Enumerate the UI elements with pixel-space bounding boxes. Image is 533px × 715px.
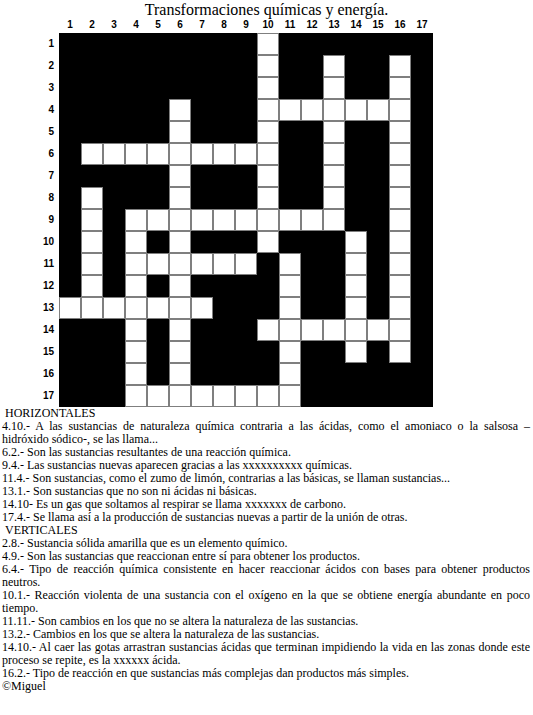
cell-r10c17	[411, 231, 433, 253]
cell-r15c11[interactable]	[279, 341, 301, 363]
cell-r5c3	[103, 121, 125, 143]
row-label-6: 6	[30, 143, 54, 165]
cell-r2c9	[235, 55, 257, 77]
cell-r1c1	[59, 33, 81, 55]
cell-r8c2[interactable]	[81, 187, 103, 209]
cell-r14c17	[411, 319, 433, 341]
cell-r6c16[interactable]	[389, 143, 411, 165]
cell-r12c7	[191, 275, 213, 297]
cell-r10c8	[213, 231, 235, 253]
horizontal-clue-17-4: 17.4.- Se llama así a la producción de s…	[2, 511, 530, 524]
cell-r6c3[interactable]	[103, 143, 125, 165]
cell-r11c5[interactable]	[147, 253, 169, 275]
cell-r16c1	[59, 363, 81, 385]
cell-r16c5	[147, 363, 169, 385]
cell-r10c7	[191, 231, 213, 253]
cell-r17c6[interactable]	[169, 385, 191, 407]
cell-r13c4[interactable]	[125, 297, 147, 319]
cell-r1c4	[125, 33, 147, 55]
cell-r1c14	[345, 33, 367, 55]
row-label-7: 7	[30, 165, 54, 187]
cell-r1c16	[389, 33, 411, 55]
cell-r14c15[interactable]	[367, 319, 389, 341]
cell-r3c4	[125, 77, 147, 99]
cell-r6c14	[345, 143, 367, 165]
cell-r2c13[interactable]	[323, 55, 345, 77]
cell-r14c2	[81, 319, 103, 341]
cell-r2c7	[191, 55, 213, 77]
cell-r7c15	[367, 165, 389, 187]
cell-r4c6[interactable]	[169, 99, 191, 121]
cell-r1c10[interactable]	[257, 33, 279, 55]
cell-r3c11	[279, 77, 301, 99]
row-label-2: 2	[30, 55, 54, 77]
cell-r12c8	[213, 275, 235, 297]
footer-credit: ©Miguel	[2, 680, 530, 693]
cell-r10c5	[147, 231, 169, 253]
cell-r15c15	[367, 341, 389, 363]
cell-r10c4[interactable]	[125, 231, 147, 253]
cell-r8c14	[345, 187, 367, 209]
cell-r11c16[interactable]	[389, 253, 411, 275]
cell-r9c14	[345, 209, 367, 231]
cell-r13c13	[323, 297, 345, 319]
vertical-clue-14-10: 14.10.- Al caer las gotas arrastran sust…	[2, 641, 530, 667]
cell-r8c17	[411, 187, 433, 209]
cell-r13c9	[235, 297, 257, 319]
cell-r17c17	[411, 385, 433, 407]
col-label-7: 7	[191, 19, 213, 30]
cell-r16c3	[103, 363, 125, 385]
cell-r5c2	[81, 121, 103, 143]
cell-r5c17	[411, 121, 433, 143]
cell-r15c10	[257, 341, 279, 363]
cell-r9c16[interactable]	[389, 209, 411, 231]
cell-r10c10[interactable]	[257, 231, 279, 253]
col-label-14: 14	[345, 19, 367, 30]
cell-r4c7	[191, 99, 213, 121]
cell-r11c1	[59, 253, 81, 275]
cell-r12c14[interactable]	[345, 275, 367, 297]
cell-r7c13[interactable]	[323, 165, 345, 187]
cell-r17c10[interactable]	[257, 385, 279, 407]
cell-r11c6[interactable]	[169, 253, 191, 275]
cell-r6c5[interactable]	[147, 143, 169, 165]
vertical-clues: 2.8.- Sustancia sólida amarilla que es u…	[2, 537, 530, 680]
cell-r11c11[interactable]	[279, 253, 301, 275]
cell-r6c10[interactable]	[257, 143, 279, 165]
cell-r4c8	[213, 99, 235, 121]
cell-r16c17	[411, 363, 433, 385]
cell-r15c14[interactable]	[345, 341, 367, 363]
cell-r8c10[interactable]	[257, 187, 279, 209]
cell-r7c8	[213, 165, 235, 187]
row-label-13: 13	[30, 297, 54, 319]
cell-r17c14	[345, 385, 367, 407]
cell-r11c8[interactable]	[213, 253, 235, 275]
cell-r15c17	[411, 341, 433, 363]
cell-r9c10[interactable]	[257, 209, 279, 231]
cell-r12c5	[147, 275, 169, 297]
cell-r2c10[interactable]	[257, 55, 279, 77]
cell-r9c2[interactable]	[81, 209, 103, 231]
cell-r7c16[interactable]	[389, 165, 411, 187]
col-label-17: 17	[411, 19, 433, 30]
cell-r14c4[interactable]	[125, 319, 147, 341]
cell-r16c9	[235, 363, 257, 385]
row-label-8: 8	[30, 187, 54, 209]
cell-r9c6[interactable]	[169, 209, 191, 231]
cell-r8c16[interactable]	[389, 187, 411, 209]
cell-r1c2	[81, 33, 103, 55]
cell-r9c5[interactable]	[147, 209, 169, 231]
cell-r3c13[interactable]	[323, 77, 345, 99]
cell-r13c11[interactable]	[279, 297, 301, 319]
cell-r14c5	[147, 319, 169, 341]
cell-r1c17	[411, 33, 433, 55]
cell-r11c4[interactable]	[125, 253, 147, 275]
cell-r14c13[interactable]	[323, 319, 345, 341]
row-label-12: 12	[30, 275, 54, 297]
cell-r6c1	[59, 143, 81, 165]
cell-r7c4	[125, 165, 147, 187]
row-label-11: 11	[30, 253, 54, 275]
cell-r12c16[interactable]	[389, 275, 411, 297]
cell-r4c10[interactable]	[257, 99, 279, 121]
row-label-17: 17	[30, 385, 54, 407]
cell-r15c5	[147, 341, 169, 363]
row-label-9: 9	[30, 209, 54, 231]
cell-r1c11	[279, 33, 301, 55]
cell-r10c3	[103, 231, 125, 253]
cell-r8c15	[367, 187, 389, 209]
cell-r16c4[interactable]	[125, 363, 147, 385]
cell-r16c13	[323, 363, 345, 385]
row-label-14: 14	[30, 319, 54, 341]
cell-r9c13[interactable]	[323, 209, 345, 231]
row-label-15: 15	[30, 341, 54, 363]
cell-r2c6	[169, 55, 191, 77]
cell-r14c1	[59, 319, 81, 341]
cell-r3c15	[367, 77, 389, 99]
cell-r5c4	[125, 121, 147, 143]
cell-r10c13	[323, 231, 345, 253]
cell-r12c11[interactable]	[279, 275, 301, 297]
cell-r10c16[interactable]	[389, 231, 411, 253]
row-label-16: 16	[30, 363, 54, 385]
cell-r12c9	[235, 275, 257, 297]
cell-r10c9	[235, 231, 257, 253]
cell-r10c12	[301, 231, 323, 253]
cell-r17c11[interactable]	[279, 385, 301, 407]
cell-r5c16[interactable]	[389, 121, 411, 143]
cell-r13c1[interactable]	[59, 297, 81, 319]
cell-r8c1	[59, 187, 81, 209]
cell-r1c13	[323, 33, 345, 55]
cell-r10c1	[59, 231, 81, 253]
cell-r2c14	[345, 55, 367, 77]
vertical-clue-6-4: 6.4.- Tipo de reacción química consisten…	[2, 563, 530, 589]
cell-r15c2	[81, 341, 103, 363]
cell-r14c14[interactable]	[345, 319, 367, 341]
cell-r13c16[interactable]	[389, 297, 411, 319]
row-labels: 1234567891011121314151617	[30, 33, 54, 407]
cell-r6c13[interactable]	[323, 143, 345, 165]
cell-r5c11	[279, 121, 301, 143]
vertical-clue-10-1: 10.1.- Reacción violenta de una sustanci…	[2, 589, 530, 615]
cell-r4c9	[235, 99, 257, 121]
cell-r4c12[interactable]	[301, 99, 323, 121]
cell-r2c4	[125, 55, 147, 77]
cell-r16c15	[367, 363, 389, 385]
cell-r5c10[interactable]	[257, 121, 279, 143]
cell-r14c10[interactable]	[257, 319, 279, 341]
cell-r10c15	[367, 231, 389, 253]
cell-r5c8	[213, 121, 235, 143]
cell-r3c10[interactable]	[257, 77, 279, 99]
cell-r1c8	[213, 33, 235, 55]
col-label-3: 3	[103, 19, 125, 30]
col-label-11: 11	[279, 19, 301, 30]
cell-r4c3	[103, 99, 125, 121]
cell-r16c7	[191, 363, 213, 385]
cell-r7c10[interactable]	[257, 165, 279, 187]
cell-r8c12	[301, 187, 323, 209]
cell-r7c17	[411, 165, 433, 187]
cell-r7c7	[191, 165, 213, 187]
cell-r10c11	[279, 231, 301, 253]
cell-r13c7[interactable]	[191, 297, 213, 319]
col-label-6: 6	[169, 19, 191, 30]
cell-r12c10	[257, 275, 279, 297]
cell-r14c16[interactable]	[389, 319, 411, 341]
cell-r1c6	[169, 33, 191, 55]
row-label-5: 5	[30, 121, 54, 143]
horizontal-clues: 4.10.- A las sustancias de naturaleza qu…	[2, 420, 530, 524]
cell-r16c11[interactable]	[279, 363, 301, 385]
cell-r2c15	[367, 55, 389, 77]
col-label-8: 8	[213, 19, 235, 30]
cell-r11c2[interactable]	[81, 253, 103, 275]
cell-r13c6[interactable]	[169, 297, 191, 319]
cell-r3c1	[59, 77, 81, 99]
cell-r15c12	[301, 341, 323, 363]
cell-r13c2[interactable]	[81, 297, 103, 319]
cell-r7c9	[235, 165, 257, 187]
cell-r17c15	[367, 385, 389, 407]
cell-r11c13	[323, 253, 345, 275]
cell-r17c4[interactable]	[125, 385, 147, 407]
cell-r3c9	[235, 77, 257, 99]
col-label-4: 4	[125, 19, 147, 30]
cell-r6c4[interactable]	[125, 143, 147, 165]
cell-r2c1	[59, 55, 81, 77]
cell-r13c14[interactable]	[345, 297, 367, 319]
row-label-10: 10	[30, 231, 54, 253]
cell-r1c12	[301, 33, 323, 55]
cell-r9c4[interactable]	[125, 209, 147, 231]
cell-r9c1	[59, 209, 81, 231]
cell-r3c2	[81, 77, 103, 99]
col-label-13: 13	[323, 19, 345, 30]
cell-r4c1	[59, 99, 81, 121]
cell-r15c1	[59, 341, 81, 363]
cell-r2c8	[213, 55, 235, 77]
cell-r17c2	[81, 385, 103, 407]
cell-r15c9	[235, 341, 257, 363]
row-label-3: 3	[30, 77, 54, 99]
cell-r9c15	[367, 209, 389, 231]
cell-r13c17	[411, 297, 433, 319]
cell-r5c6[interactable]	[169, 121, 191, 143]
cell-r6c7[interactable]	[191, 143, 213, 165]
cell-r5c5	[147, 121, 169, 143]
cell-r6c9[interactable]	[235, 143, 257, 165]
col-label-16: 16	[389, 19, 411, 30]
cell-r6c17	[411, 143, 433, 165]
cell-r13c3[interactable]	[103, 297, 125, 319]
cell-r4c17	[411, 99, 433, 121]
cell-r13c8	[213, 297, 235, 319]
clues-section: HORIZONTALES 4.10.- A las sustancias de …	[2, 407, 530, 693]
cell-r13c5[interactable]	[147, 297, 169, 319]
cell-r7c3	[103, 165, 125, 187]
cell-r7c2	[81, 165, 103, 187]
col-label-2: 2	[81, 19, 103, 30]
cell-r8c8	[213, 187, 235, 209]
cell-r2c12	[301, 55, 323, 77]
cell-r12c2[interactable]	[81, 275, 103, 297]
cell-r15c6[interactable]	[169, 341, 191, 363]
cell-r12c1	[59, 275, 81, 297]
cell-r12c6[interactable]	[169, 275, 191, 297]
cell-r11c3	[103, 253, 125, 275]
cell-r9c12[interactable]	[301, 209, 323, 231]
cell-r3c3	[103, 77, 125, 99]
cell-r7c11	[279, 165, 301, 187]
col-label-15: 15	[367, 19, 389, 30]
cell-r4c14[interactable]	[345, 99, 367, 121]
cell-r3c6	[169, 77, 191, 99]
cell-r1c3	[103, 33, 125, 55]
cell-r1c7	[191, 33, 213, 55]
cell-r16c14	[345, 363, 367, 385]
cell-r8c13[interactable]	[323, 187, 345, 209]
cell-r9c8[interactable]	[213, 209, 235, 231]
cell-r14c3	[103, 319, 125, 341]
cell-r13c10	[257, 297, 279, 319]
cell-r7c12	[301, 165, 323, 187]
cell-r14c9	[235, 319, 257, 341]
cell-r4c16[interactable]	[389, 99, 411, 121]
cell-r16c6[interactable]	[169, 363, 191, 385]
cell-r4c5	[147, 99, 169, 121]
cell-r11c15	[367, 253, 389, 275]
cell-r17c7[interactable]	[191, 385, 213, 407]
cell-r9c17	[411, 209, 433, 231]
cell-r8c4	[125, 187, 147, 209]
cell-r4c13[interactable]	[323, 99, 345, 121]
cell-r6c8[interactable]	[213, 143, 235, 165]
cell-r17c12	[301, 385, 323, 407]
cell-r15c8	[213, 341, 235, 363]
cell-r16c10	[257, 363, 279, 385]
cell-r11c10	[257, 253, 279, 275]
cell-r12c3	[103, 275, 125, 297]
cell-r6c11	[279, 143, 301, 165]
cell-r10c2[interactable]	[81, 231, 103, 253]
cell-r16c2	[81, 363, 103, 385]
cell-r2c16[interactable]	[389, 55, 411, 77]
cell-r5c9	[235, 121, 257, 143]
cell-r17c13	[323, 385, 345, 407]
cell-r9c3	[103, 209, 125, 231]
cell-r11c17	[411, 253, 433, 275]
col-label-12: 12	[301, 19, 323, 30]
cell-r12c17	[411, 275, 433, 297]
cell-r2c17	[411, 55, 433, 77]
cell-r17c5[interactable]	[147, 385, 169, 407]
cell-r14c11[interactable]	[279, 319, 301, 341]
cell-r5c13[interactable]	[323, 121, 345, 143]
cell-r8c7	[191, 187, 213, 209]
cell-r17c16	[389, 385, 411, 407]
cell-r11c9[interactable]	[235, 253, 257, 275]
cell-r3c16[interactable]	[389, 77, 411, 99]
col-label-1: 1	[59, 19, 81, 30]
cell-r8c3	[103, 187, 125, 209]
cell-r15c13	[323, 341, 345, 363]
cell-r9c11[interactable]	[279, 209, 301, 231]
cell-r11c7[interactable]	[191, 253, 213, 275]
cell-r12c4[interactable]	[125, 275, 147, 297]
cell-r5c15	[367, 121, 389, 143]
cell-r3c5	[147, 77, 169, 99]
cell-r15c4[interactable]	[125, 341, 147, 363]
cell-r10c6[interactable]	[169, 231, 191, 253]
cell-r6c6[interactable]	[169, 143, 191, 165]
cell-r17c8[interactable]	[213, 385, 235, 407]
cell-r2c3	[103, 55, 125, 77]
cell-r8c5	[147, 187, 169, 209]
cell-r9c9[interactable]	[235, 209, 257, 231]
cell-r16c16	[389, 363, 411, 385]
cell-r4c11[interactable]	[279, 99, 301, 121]
cell-r2c5	[147, 55, 169, 77]
page-title: Transformaciones químicas y energía.	[0, 1, 533, 19]
cell-r17c9[interactable]	[235, 385, 257, 407]
cell-r7c6[interactable]	[169, 165, 191, 187]
cell-r11c14[interactable]	[345, 253, 367, 275]
cell-r5c7	[191, 121, 213, 143]
row-label-4: 4	[30, 99, 54, 121]
cell-r17c3	[103, 385, 125, 407]
cell-r7c5	[147, 165, 169, 187]
cell-r15c16[interactable]	[389, 341, 411, 363]
cell-r17c1	[59, 385, 81, 407]
column-labels: 1234567891011121314151617	[59, 19, 433, 30]
cell-r4c15[interactable]	[367, 99, 389, 121]
cell-r14c6[interactable]	[169, 319, 191, 341]
cell-r8c9	[235, 187, 257, 209]
cell-r8c6[interactable]	[169, 187, 191, 209]
cell-r6c2[interactable]	[81, 143, 103, 165]
cell-r10c14[interactable]	[345, 231, 367, 253]
cell-r5c12	[301, 121, 323, 143]
cell-r9c7[interactable]	[191, 209, 213, 231]
cell-r14c12[interactable]	[301, 319, 323, 341]
cell-r16c8	[213, 363, 235, 385]
